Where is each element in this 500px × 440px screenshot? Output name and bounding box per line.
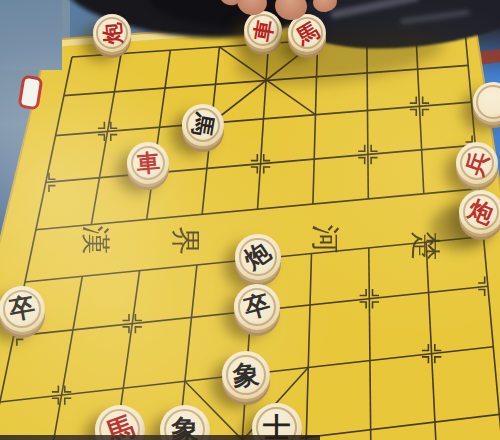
piece-character: 象 bbox=[220, 349, 272, 401]
piece-red-chariot-a[interactable]: 車 bbox=[127, 142, 170, 185]
piece-red-cannon-a[interactable]: 炮 bbox=[93, 14, 132, 53]
piece-character: 馬 bbox=[179, 101, 227, 149]
table-corner-top-left bbox=[0, 0, 62, 70]
river-character: 河 bbox=[305, 225, 345, 254]
piece-red-cannon-b[interactable]: 炮 bbox=[459, 190, 500, 234]
piece-black-cannon-a[interactable]: 炮 bbox=[235, 234, 280, 279]
piece-red-chariot-held[interactable]: 車 bbox=[244, 11, 283, 50]
river-character: 界 bbox=[165, 227, 205, 256]
piece-character: 卒 bbox=[0, 282, 49, 336]
piece-character: 炮 bbox=[91, 12, 133, 54]
piece-character: 車 bbox=[125, 140, 171, 186]
piece-black-elephant-a[interactable]: 象 bbox=[222, 351, 271, 400]
piece-black-horse-a[interactable]: 馬 bbox=[182, 104, 224, 146]
piece-black-soldier-b[interactable]: 卒 bbox=[234, 284, 281, 331]
photo-stage: 漢界河楚 炮車馬馬車兵炮炮卒卒象馬象士 bbox=[0, 0, 500, 440]
board-bottom-edge-shadow bbox=[0, 435, 320, 440]
river-character: 漢 bbox=[75, 226, 115, 255]
piece-black-soldier-a[interactable]: 卒 bbox=[0, 286, 45, 333]
piece-ring bbox=[476, 85, 500, 118]
piece-red-soldier-a[interactable]: 兵 bbox=[456, 142, 499, 185]
